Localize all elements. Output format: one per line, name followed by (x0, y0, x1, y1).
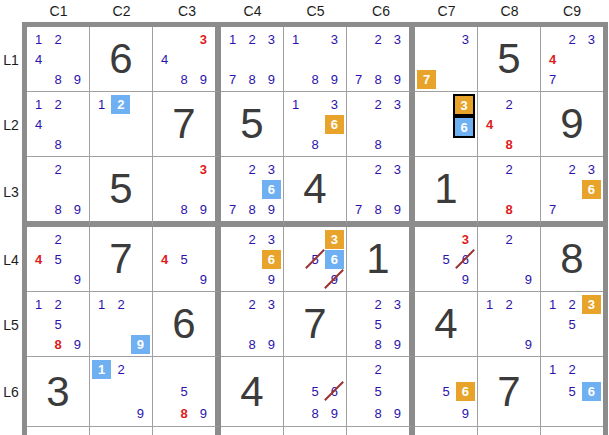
candidate-1[interactable]: 1 (543, 359, 562, 381)
candidate-2[interactable]: 2 (499, 94, 518, 114)
cell-L6C7[interactable]: 569 (415, 357, 478, 427)
candidate-grid: 36 (415, 92, 477, 156)
candidate-grid: 3489 (153, 27, 215, 91)
candidate-7[interactable]: 7 (543, 69, 562, 89)
row-label-L2: L2 (0, 92, 22, 157)
cell-L2C2[interactable]: 12 (90, 92, 153, 157)
cell-L4C8[interactable]: 29 (478, 227, 541, 292)
candidate-grid: 248 (478, 92, 540, 156)
candidate-2[interactable]: 2 (368, 294, 387, 314)
cell-L2C3[interactable]: 7 (153, 92, 221, 157)
cell-L5C4[interactable]: 2389 (221, 292, 284, 357)
candidate-3[interactable]: 3 (388, 159, 407, 179)
candidate-9[interactable]: 9 (325, 402, 344, 424)
candidate-2[interactable]: 2 (48, 94, 67, 114)
candidate-2[interactable]: 2 (111, 95, 130, 114)
candidate-9[interactable]: 9 (388, 199, 407, 219)
cell-L4C6[interactable]: 1 (347, 227, 415, 292)
candidate-1[interactable]: 1 (92, 360, 111, 379)
candidate-grid: 12 (90, 92, 152, 156)
partial-cell (284, 427, 347, 435)
candidate-grid: 459 (153, 227, 215, 291)
candidate-2[interactable]: 2 (242, 229, 261, 249)
cell-L3C3[interactable]: 389 (153, 157, 221, 227)
candidate-2[interactable]: 2 (562, 29, 581, 49)
col-header-C7: C7 (415, 0, 478, 22)
cell-value: 7 (284, 292, 346, 356)
candidate-2[interactable]: 2 (562, 159, 581, 179)
candidate-grid: 569 (415, 357, 477, 426)
candidate-grid: 3569 (284, 227, 346, 291)
cell-L6C6[interactable]: 2589 (347, 357, 415, 427)
cell-L5C8[interactable]: 129 (478, 292, 541, 357)
candidate-grid: 2367 (541, 157, 603, 221)
candidate-6[interactable]: 6 (325, 250, 344, 269)
candidate-9-eliminated[interactable]: 9 (325, 269, 344, 289)
candidate-3[interactable]: 3 (388, 94, 407, 114)
candidate-2[interactable]: 2 (242, 29, 261, 49)
candidate-grid: 1235 (541, 292, 603, 356)
cell-L1C4[interactable]: 123789 (221, 27, 284, 92)
candidate-5[interactable]: 5 (48, 314, 67, 334)
candidate-3[interactable]: 3 (388, 294, 407, 314)
cell-L5C3[interactable]: 6 (153, 292, 221, 357)
candidate-3[interactable]: 3 (194, 159, 213, 179)
candidate-grid: 23589 (347, 292, 409, 356)
candidate-9[interactable]: 9 (131, 335, 150, 354)
row-label-L1: L1 (0, 27, 22, 92)
row-label-L6: L6 (0, 357, 22, 427)
candidate-3[interactable]: 3 (388, 29, 407, 49)
cell-L2C9[interactable]: 9 (541, 92, 603, 157)
cell-value: 6 (90, 27, 152, 91)
cell-L6C2[interactable]: 129 (90, 357, 153, 427)
cell-L3C2[interactable]: 5 (90, 157, 153, 227)
row-label-L3: L3 (0, 157, 22, 227)
cell-L6C3[interactable]: 589 (153, 357, 221, 427)
candidate-grid: 129 (90, 292, 152, 356)
candidate-8[interactable]: 8 (48, 334, 67, 354)
partial-cell (541, 427, 603, 435)
candidate-2[interactable]: 2 (48, 229, 67, 249)
candidate-6[interactable]: 6 (262, 250, 281, 269)
candidate-grid: 12489 (27, 27, 89, 91)
candidate-8[interactable]: 8 (48, 134, 67, 154)
candidate-7[interactable]: 7 (349, 69, 368, 89)
candidate-1[interactable]: 1 (223, 29, 242, 49)
cell-L4C3[interactable]: 459 (153, 227, 221, 292)
cell-L5C7[interactable]: 4 (415, 292, 478, 357)
candidate-7[interactable]: 7 (417, 70, 436, 89)
candidate-grid: 2369 (221, 227, 283, 291)
candidate-8[interactable]: 8 (174, 199, 193, 219)
cell-L1C2[interactable]: 6 (90, 27, 153, 92)
candidate-9[interactable]: 9 (456, 269, 475, 289)
cell-L3C7[interactable]: 1 (415, 157, 478, 227)
cell-L3C1[interactable]: 289 (27, 157, 90, 227)
cell-L2C4[interactable]: 5 (221, 92, 284, 157)
row-label-L5: L5 (0, 292, 22, 357)
candidate-grid: 2347 (541, 27, 603, 91)
candidate-1[interactable]: 1 (29, 29, 48, 49)
cell-value: 7 (90, 227, 152, 291)
cell-L5C1[interactable]: 12589 (27, 292, 90, 357)
col-header-C2: C2 (90, 0, 153, 22)
candidate-1[interactable]: 1 (92, 94, 111, 114)
partial-cell (478, 427, 541, 435)
candidate-grid: 1389 (284, 27, 346, 91)
candidate-2[interactable]: 2 (562, 294, 581, 314)
cell-L2C7[interactable]: 36 (415, 92, 478, 157)
candidate-2[interactable]: 2 (368, 29, 387, 49)
candidate-grid: 1368 (284, 92, 346, 156)
candidate-1[interactable]: 1 (286, 94, 305, 114)
candidate-2[interactable]: 2 (111, 359, 130, 381)
partial-cell (153, 427, 221, 435)
cell-L3C9[interactable]: 2367 (541, 157, 603, 227)
cell-L6C8[interactable]: 7 (478, 357, 541, 427)
candidate-1[interactable]: 1 (286, 29, 305, 49)
candidate-5[interactable]: 5 (436, 381, 455, 403)
cell-value: 5 (90, 157, 152, 221)
candidate-grid: 12589 (27, 292, 89, 356)
candidate-2[interactable]: 2 (562, 359, 581, 381)
candidate-grid: 389 (153, 157, 215, 221)
candidate-4[interactable]: 4 (155, 249, 174, 269)
candidate-5[interactable]: 5 (174, 381, 193, 403)
candidate-8[interactable]: 8 (242, 334, 261, 354)
candidate-7[interactable]: 7 (223, 199, 242, 219)
candidate-9[interactable]: 9 (262, 199, 281, 219)
candidate-1[interactable]: 1 (92, 294, 111, 314)
candidate-4[interactable]: 4 (29, 114, 48, 134)
candidate-9[interactable]: 9 (388, 402, 407, 424)
cell-L5C5[interactable]: 7 (284, 292, 347, 357)
candidate-6[interactable]: 6 (453, 116, 475, 138)
cell-value: 6 (153, 292, 215, 356)
col-header-C9: C9 (541, 0, 603, 22)
candidate-5[interactable]: 5 (174, 249, 193, 269)
cell-L6C9[interactable]: 1256 (541, 357, 603, 427)
candidate-2[interactable]: 2 (368, 159, 387, 179)
candidate-3[interactable]: 3 (325, 230, 344, 249)
candidate-8[interactable]: 8 (499, 199, 518, 219)
candidate-grid: 28 (478, 157, 540, 221)
candidate-1[interactable]: 1 (543, 294, 562, 314)
candidate-3[interactable]: 3 (453, 94, 475, 116)
candidate-7[interactable]: 7 (543, 199, 562, 219)
candidate-3[interactable]: 3 (262, 229, 281, 249)
candidate-1[interactable]: 1 (29, 94, 48, 114)
candidate-9[interactable]: 9 (388, 334, 407, 354)
candidate-grid: 2589 (347, 357, 409, 426)
candidate-5[interactable]: 5 (436, 249, 455, 269)
candidate-2[interactable]: 2 (48, 159, 67, 179)
candidate-3[interactable]: 3 (456, 229, 475, 249)
candidate-9[interactable]: 9 (68, 334, 87, 354)
candidate-2[interactable]: 2 (48, 294, 67, 314)
candidate-1[interactable]: 1 (480, 294, 499, 314)
cell-value: 4 (221, 357, 283, 426)
partial-cell (90, 427, 153, 435)
candidate-3[interactable]: 3 (325, 29, 344, 49)
candidate-grid: 23789 (347, 27, 409, 91)
candidate-6[interactable]: 6 (325, 115, 344, 134)
cell-value: 4 (415, 292, 477, 356)
candidate-9[interactable]: 9 (131, 402, 150, 424)
candidate-5[interactable]: 5 (562, 381, 581, 403)
candidate-grid: 129 (478, 292, 540, 356)
row-labels: L1L2L3L4L5L6 (0, 27, 22, 427)
cell-L6C5[interactable]: 5689 (284, 357, 347, 427)
candidate-2[interactable]: 2 (499, 229, 518, 249)
candidate-3[interactable]: 3 (194, 29, 213, 49)
candidate-2[interactable]: 2 (368, 359, 387, 381)
col-header-C8: C8 (478, 0, 541, 22)
candidate-9[interactable]: 9 (68, 199, 87, 219)
partial-cell (347, 427, 415, 435)
candidate-8[interactable]: 8 (48, 69, 67, 89)
candidate-4[interactable]: 4 (480, 114, 499, 134)
candidate-8[interactable]: 8 (242, 199, 261, 219)
candidate-9[interactable]: 9 (194, 402, 213, 424)
candidate-9[interactable]: 9 (519, 269, 538, 289)
cell-L3C4[interactable]: 236789 (221, 157, 284, 227)
partial-cell (415, 427, 478, 435)
cell-L5C9[interactable]: 1235 (541, 292, 603, 357)
candidate-3[interactable]: 3 (262, 159, 281, 179)
cell-L6C1[interactable]: 3 (27, 357, 90, 427)
candidate-6[interactable]: 6 (456, 382, 475, 401)
column-headers: C1C2C3C4C5C6C7C8C9 (27, 0, 603, 22)
candidate-8[interactable]: 8 (368, 334, 387, 354)
candidate-9[interactable]: 9 (388, 69, 407, 89)
candidate-2[interactable]: 2 (48, 29, 67, 49)
cell-L2C5[interactable]: 1368 (284, 92, 347, 157)
candidate-8[interactable]: 8 (305, 134, 324, 154)
candidate-6[interactable]: 6 (582, 382, 601, 401)
candidate-9[interactable]: 9 (325, 69, 344, 89)
candidate-grid: 589 (153, 357, 215, 426)
cell-L4C4[interactable]: 2369 (221, 227, 284, 292)
cell-L1C5[interactable]: 1389 (284, 27, 347, 92)
candidate-4[interactable]: 4 (29, 249, 48, 269)
cell-value: 5 (221, 92, 283, 156)
candidate-6[interactable]: 6 (262, 180, 281, 199)
candidate-3[interactable]: 3 (262, 29, 281, 49)
cell-L1C3[interactable]: 3489 (153, 27, 221, 92)
col-header-C6: C6 (347, 0, 415, 22)
partial-cell (221, 427, 284, 435)
cell-L3C5[interactable]: 4 (284, 157, 347, 227)
row-label-L4: L4 (0, 227, 22, 292)
cell-value: 5 (478, 27, 540, 91)
cell-L6C4[interactable]: 4 (221, 357, 284, 427)
col-header-C3: C3 (153, 0, 221, 22)
candidate-4[interactable]: 4 (29, 49, 48, 69)
cell-L2C8[interactable]: 248 (478, 92, 541, 157)
candidate-grid: 3569 (415, 227, 477, 291)
candidate-8[interactable]: 8 (368, 402, 387, 424)
candidate-5[interactable]: 5 (48, 249, 67, 269)
cell-L2C6[interactable]: 238 (347, 92, 415, 157)
candidate-5[interactable]: 5 (305, 381, 324, 403)
candidate-1[interactable]: 1 (29, 294, 48, 314)
candidate-8[interactable]: 8 (368, 134, 387, 154)
candidate-grid: 37 (415, 27, 477, 91)
candidate-3[interactable]: 3 (325, 94, 344, 114)
candidate-6-eliminated[interactable]: 6 (456, 249, 475, 269)
cell-L3C6[interactable]: 23789 (347, 157, 415, 227)
candidate-2[interactable]: 2 (242, 294, 261, 314)
candidate-9[interactable]: 9 (262, 269, 281, 289)
candidate-7[interactable]: 7 (349, 199, 368, 219)
candidate-grid: 129 (90, 357, 152, 426)
candidate-3[interactable]: 3 (456, 29, 475, 49)
candidate-2[interactable]: 2 (368, 94, 387, 114)
cell-value: 9 (541, 92, 603, 156)
candidate-8[interactable]: 8 (242, 69, 261, 89)
candidate-8[interactable]: 8 (48, 199, 67, 219)
candidate-grid: 2389 (221, 292, 283, 356)
candidate-grid: 236789 (221, 157, 283, 221)
candidate-grid: 1256 (541, 357, 603, 426)
candidate-8[interactable]: 8 (305, 69, 324, 89)
cell-value: 7 (153, 92, 215, 156)
candidate-9[interactable]: 9 (262, 69, 281, 89)
candidate-9[interactable]: 9 (194, 199, 213, 219)
cell-L1C8[interactable]: 5 (478, 27, 541, 92)
cell-value: 1 (415, 157, 477, 221)
col-header-C5: C5 (284, 0, 347, 22)
candidate-grid: 29 (478, 227, 540, 291)
cell-value: 7 (478, 357, 540, 426)
cell-L1C1[interactable]: 12489 (27, 27, 90, 92)
candidate-grid: 2459 (27, 227, 89, 291)
candidate-5-eliminated[interactable]: 5 (305, 249, 324, 269)
candidate-8[interactable]: 8 (174, 402, 193, 424)
candidate-9[interactable]: 9 (68, 69, 87, 89)
candidate-9[interactable]: 9 (194, 269, 213, 289)
cell-L1C6[interactable]: 23789 (347, 27, 415, 92)
candidate-9[interactable]: 9 (68, 269, 87, 289)
candidate-9[interactable]: 9 (456, 402, 475, 424)
candidate-grid: 238 (347, 92, 409, 156)
cell-L4C2[interactable]: 7 (90, 227, 153, 292)
candidate-grid: 289 (27, 157, 89, 221)
cell-L2C1[interactable]: 1248 (27, 92, 90, 157)
cell-L1C7[interactable]: 37 (415, 27, 478, 92)
cell-L1C9[interactable]: 2347 (541, 27, 603, 92)
candidate-4[interactable]: 4 (155, 49, 174, 69)
candidate-6[interactable]: 6 (582, 180, 601, 199)
cell-L4C1[interactable]: 2459 (27, 227, 90, 292)
col-header-C4: C4 (221, 0, 284, 22)
candidate-8[interactable]: 8 (305, 402, 324, 424)
cell-value: 8 (541, 227, 603, 291)
candidate-8[interactable]: 8 (368, 69, 387, 89)
candidate-8[interactable]: 8 (174, 69, 193, 89)
cell-value: 4 (284, 157, 346, 221)
candidate-4[interactable]: 4 (543, 49, 562, 69)
cell-L3C8[interactable]: 28 (478, 157, 541, 227)
sudoku-board: 1248963489123789138923789375234712481275… (22, 22, 608, 435)
candidate-grid: 23789 (347, 157, 409, 221)
candidate-3[interactable]: 3 (582, 159, 601, 179)
partial-cell (27, 427, 90, 435)
cell-L4C5[interactable]: 3569 (284, 227, 347, 292)
col-header-C1: C1 (27, 0, 90, 22)
cell-L5C2[interactable]: 129 (90, 292, 153, 357)
candidate-9[interactable]: 9 (194, 69, 213, 89)
candidate-2[interactable]: 2 (499, 294, 518, 314)
candidate-grid: 1248 (27, 92, 89, 156)
candidate-grid: 123789 (221, 27, 283, 91)
candidate-2[interactable]: 2 (499, 159, 518, 179)
cell-L4C9[interactable]: 8 (541, 227, 603, 292)
candidate-2[interactable]: 2 (242, 159, 261, 179)
candidate-5[interactable]: 5 (562, 314, 581, 334)
cell-L4C7[interactable]: 3569 (415, 227, 478, 292)
candidate-3[interactable]: 3 (262, 294, 281, 314)
candidate-grid: 5689 (284, 357, 346, 426)
cell-value: 3 (27, 357, 89, 426)
candidate-8[interactable]: 8 (499, 134, 518, 154)
candidate-3[interactable]: 3 (582, 295, 601, 314)
candidate-2[interactable]: 2 (111, 294, 130, 314)
candidate-9[interactable]: 9 (262, 334, 281, 354)
candidate-6-eliminated[interactable]: 6 (325, 381, 344, 403)
candidate-5[interactable]: 5 (368, 314, 387, 334)
candidate-8[interactable]: 8 (368, 199, 387, 219)
cell-L5C6[interactable]: 23589 (347, 292, 415, 357)
candidate-3[interactable]: 3 (582, 29, 601, 49)
candidate-5[interactable]: 5 (368, 381, 387, 403)
candidate-7[interactable]: 7 (223, 69, 242, 89)
cell-value: 1 (347, 227, 409, 291)
candidate-9[interactable]: 9 (519, 334, 538, 354)
